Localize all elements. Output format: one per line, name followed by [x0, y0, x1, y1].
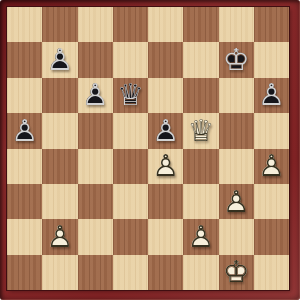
- square-f2[interactable]: ♟♙: [183, 219, 218, 254]
- square-f3[interactable]: [183, 184, 218, 219]
- square-e7[interactable]: [148, 42, 183, 77]
- square-a2[interactable]: [7, 219, 42, 254]
- piece-glyph-outline: ♕: [187, 116, 214, 146]
- piece-glyph-outline: ♙: [152, 151, 179, 181]
- piece-glyph-outline: ♙: [258, 151, 285, 181]
- piece-glyph-outline: ♙: [46, 222, 73, 252]
- square-f7[interactable]: [183, 42, 218, 77]
- piece-white-pawn-g3[interactable]: ♟♙: [223, 187, 250, 217]
- square-e2[interactable]: [148, 219, 183, 254]
- square-b3[interactable]: [42, 184, 77, 219]
- square-e3[interactable]: [148, 184, 183, 219]
- piece-black-pawn-b7[interactable]: ♟♙: [46, 45, 73, 75]
- square-e1[interactable]: [148, 255, 183, 290]
- piece-black-pawn-h6[interactable]: ♟♙: [258, 80, 285, 110]
- square-a4[interactable]: [7, 149, 42, 184]
- piece-white-king-g1[interactable]: ♚♔: [223, 257, 250, 287]
- piece-black-queen-d6[interactable]: ♛♕: [117, 80, 144, 110]
- square-h2[interactable]: [254, 219, 289, 254]
- square-d4[interactable]: [113, 149, 148, 184]
- square-c1[interactable]: [78, 255, 113, 290]
- square-f6[interactable]: [183, 78, 218, 113]
- square-g1[interactable]: ♚♔: [219, 255, 254, 290]
- piece-glyph-outline: ♙: [187, 222, 214, 252]
- piece-glyph-outline: ♙: [11, 116, 38, 146]
- piece-glyph-outline: ♙: [46, 45, 73, 75]
- square-d7[interactable]: [113, 42, 148, 77]
- piece-black-pawn-e5[interactable]: ♟♙: [152, 116, 179, 146]
- square-h7[interactable]: [254, 42, 289, 77]
- square-a5[interactable]: ♟♙: [7, 113, 42, 148]
- square-b1[interactable]: [42, 255, 77, 290]
- square-f5[interactable]: ♛♕: [183, 113, 218, 148]
- square-c6[interactable]: ♟♙: [78, 78, 113, 113]
- square-c3[interactable]: [78, 184, 113, 219]
- square-h6[interactable]: ♟♙: [254, 78, 289, 113]
- piece-white-pawn-f2[interactable]: ♟♙: [187, 222, 214, 252]
- square-b6[interactable]: [42, 78, 77, 113]
- square-d3[interactable]: [113, 184, 148, 219]
- square-d8[interactable]: [113, 7, 148, 42]
- square-d1[interactable]: [113, 255, 148, 290]
- square-a1[interactable]: [7, 255, 42, 290]
- square-g3[interactable]: ♟♙: [219, 184, 254, 219]
- piece-glyph-outline: ♔: [223, 257, 250, 287]
- square-d5[interactable]: [113, 113, 148, 148]
- square-c8[interactable]: [78, 7, 113, 42]
- square-c4[interactable]: [78, 149, 113, 184]
- piece-black-king-g7[interactable]: ♚♔: [223, 45, 250, 75]
- square-h5[interactable]: [254, 113, 289, 148]
- square-g7[interactable]: ♚♔: [219, 42, 254, 77]
- square-a8[interactable]: [7, 7, 42, 42]
- piece-glyph-outline: ♙: [82, 80, 109, 110]
- piece-white-queen-f5[interactable]: ♛♕: [187, 116, 214, 146]
- piece-white-pawn-e4[interactable]: ♟♙: [152, 151, 179, 181]
- piece-glyph-outline: ♔: [223, 45, 250, 75]
- square-h8[interactable]: [254, 7, 289, 42]
- square-a3[interactable]: [7, 184, 42, 219]
- square-g8[interactable]: [219, 7, 254, 42]
- square-e5[interactable]: ♟♙: [148, 113, 183, 148]
- square-g5[interactable]: [219, 113, 254, 148]
- square-g6[interactable]: [219, 78, 254, 113]
- square-a6[interactable]: [7, 78, 42, 113]
- square-f1[interactable]: [183, 255, 218, 290]
- square-h4[interactable]: ♟♙: [254, 149, 289, 184]
- chess-board: ♟♙♚♔♟♙♛♕♟♙♟♙♟♙♛♕♟♙♟♙♟♙♟♙♟♙♚♔: [7, 7, 289, 290]
- square-b8[interactable]: [42, 7, 77, 42]
- square-e4[interactable]: ♟♙: [148, 149, 183, 184]
- piece-glyph-outline: ♙: [258, 80, 285, 110]
- square-e8[interactable]: [148, 7, 183, 42]
- square-e6[interactable]: [148, 78, 183, 113]
- piece-black-pawn-c6[interactable]: ♟♙: [82, 80, 109, 110]
- square-h3[interactable]: [254, 184, 289, 219]
- piece-glyph-outline: ♙: [223, 187, 250, 217]
- square-g2[interactable]: [219, 219, 254, 254]
- square-c5[interactable]: [78, 113, 113, 148]
- piece-white-pawn-h4[interactable]: ♟♙: [258, 151, 285, 181]
- square-f8[interactable]: [183, 7, 218, 42]
- piece-white-pawn-b2[interactable]: ♟♙: [46, 222, 73, 252]
- piece-glyph-outline: ♕: [117, 80, 144, 110]
- square-d6[interactable]: ♛♕: [113, 78, 148, 113]
- square-f4[interactable]: [183, 149, 218, 184]
- piece-glyph-outline: ♙: [152, 116, 179, 146]
- square-b4[interactable]: [42, 149, 77, 184]
- square-a7[interactable]: [7, 42, 42, 77]
- piece-black-pawn-a5[interactable]: ♟♙: [11, 116, 38, 146]
- square-b7[interactable]: ♟♙: [42, 42, 77, 77]
- square-c2[interactable]: [78, 219, 113, 254]
- square-c7[interactable]: [78, 42, 113, 77]
- square-b2[interactable]: ♟♙: [42, 219, 77, 254]
- square-d2[interactable]: [113, 219, 148, 254]
- square-b5[interactable]: [42, 113, 77, 148]
- chess-board-frame: ♟♙♚♔♟♙♛♕♟♙♟♙♟♙♛♕♟♙♟♙♟♙♟♙♟♙♚♔: [0, 0, 300, 300]
- square-h1[interactable]: [254, 255, 289, 290]
- square-g4[interactable]: [219, 149, 254, 184]
